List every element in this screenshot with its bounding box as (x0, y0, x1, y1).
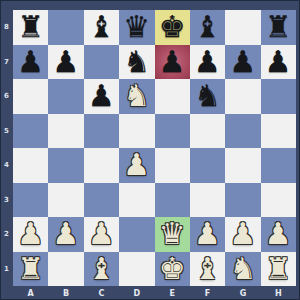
square-e2[interactable]: ♛ (155, 217, 190, 252)
square-h2[interactable]: ♟ (261, 217, 296, 252)
square-g2[interactable]: ♟ (225, 217, 260, 252)
square-d7[interactable]: ♞ (119, 45, 154, 80)
black-pawn[interactable]: ♟ (155, 45, 190, 80)
white-knight[interactable]: ♞ (225, 252, 260, 287)
rank-label-2: 2 (0, 217, 13, 252)
square-b5[interactable] (48, 114, 83, 149)
square-h1[interactable]: ♜ (261, 252, 296, 287)
file-label-a: A (13, 286, 48, 300)
black-knight[interactable]: ♞ (119, 45, 154, 80)
file-label-f: F (190, 286, 225, 300)
rank-label-8: 8 (0, 10, 13, 45)
file-label-c: C (84, 286, 119, 300)
square-f2[interactable]: ♟ (190, 217, 225, 252)
black-pawn[interactable]: ♟ (48, 45, 83, 80)
file-label-d: D (119, 286, 154, 300)
rank-label-1: 1 (0, 252, 13, 287)
square-c2[interactable]: ♟ (84, 217, 119, 252)
white-rook[interactable]: ♜ (13, 252, 48, 287)
square-d2[interactable] (119, 217, 154, 252)
square-d1[interactable] (119, 252, 154, 287)
square-f7[interactable]: ♟ (190, 45, 225, 80)
square-f8[interactable]: ♝ (190, 10, 225, 45)
black-pawn[interactable]: ♟ (225, 45, 260, 80)
square-a5[interactable] (13, 114, 48, 149)
file-label-e: E (155, 286, 190, 300)
square-b1[interactable] (48, 252, 83, 287)
square-b2[interactable]: ♟ (48, 217, 83, 252)
white-pawn[interactable]: ♟ (48, 217, 83, 252)
square-e6[interactable] (155, 79, 190, 114)
square-a8[interactable]: ♜ (13, 10, 48, 45)
square-c4[interactable] (84, 148, 119, 183)
square-g5[interactable] (225, 114, 260, 149)
rank-label-6: 6 (0, 79, 13, 114)
white-king[interactable]: ♚ (155, 252, 190, 287)
square-h4[interactable] (261, 148, 296, 183)
square-e4[interactable] (155, 148, 190, 183)
black-bishop[interactable]: ♝ (84, 10, 119, 45)
rank-label-7: 7 (0, 45, 13, 80)
white-bishop[interactable]: ♝ (190, 252, 225, 287)
square-a6[interactable] (13, 79, 48, 114)
square-e1[interactable]: ♚ (155, 252, 190, 287)
square-g8[interactable] (225, 10, 260, 45)
black-pawn[interactable]: ♟ (190, 45, 225, 80)
black-rook[interactable]: ♜ (13, 10, 48, 45)
black-rook[interactable]: ♜ (261, 10, 296, 45)
file-labels: ABCDEFGH (13, 286, 296, 300)
square-h3[interactable] (261, 183, 296, 218)
square-f6[interactable]: ♞ (190, 79, 225, 114)
square-d4[interactable]: ♟ (119, 148, 154, 183)
square-d3[interactable] (119, 183, 154, 218)
square-b3[interactable] (48, 183, 83, 218)
white-pawn[interactable]: ♟ (190, 217, 225, 252)
black-pawn[interactable]: ♟ (261, 45, 296, 80)
white-pawn[interactable]: ♟ (119, 148, 154, 183)
square-e5[interactable] (155, 114, 190, 149)
square-h6[interactable] (261, 79, 296, 114)
square-f1[interactable]: ♝ (190, 252, 225, 287)
chess-board-frame: 87654321 ♜♝♛♚♝♜♟♟♞♟♟♟♟♟♞♞♟♟♟♟♛♟♟♟♜♝♚♝♞♜ … (0, 0, 300, 300)
square-c1[interactable]: ♝ (84, 252, 119, 287)
black-pawn[interactable]: ♟ (13, 45, 48, 80)
square-e3[interactable] (155, 183, 190, 218)
square-h8[interactable]: ♜ (261, 10, 296, 45)
square-c5[interactable] (84, 114, 119, 149)
square-e7[interactable]: ♟ (155, 45, 190, 80)
square-e8[interactable]: ♚ (155, 10, 190, 45)
rank-labels: 87654321 (0, 10, 13, 286)
square-c7[interactable] (84, 45, 119, 80)
white-pawn[interactable]: ♟ (261, 217, 296, 252)
square-b6[interactable] (48, 79, 83, 114)
square-a7[interactable]: ♟ (13, 45, 48, 80)
square-c6[interactable]: ♟ (84, 79, 119, 114)
square-h5[interactable] (261, 114, 296, 149)
white-pawn[interactable]: ♟ (225, 217, 260, 252)
square-g7[interactable]: ♟ (225, 45, 260, 80)
square-a3[interactable] (13, 183, 48, 218)
chess-board: ♜♝♛♚♝♜♟♟♞♟♟♟♟♟♞♞♟♟♟♟♛♟♟♟♜♝♚♝♞♜ (13, 10, 296, 286)
square-d6[interactable]: ♞ (119, 79, 154, 114)
white-knight[interactable]: ♞ (119, 79, 154, 114)
black-queen[interactable]: ♛ (119, 10, 154, 45)
square-f5[interactable] (190, 114, 225, 149)
square-a2[interactable]: ♟ (13, 217, 48, 252)
square-d5[interactable] (119, 114, 154, 149)
white-pawn[interactable]: ♟ (84, 217, 119, 252)
rank-label-3: 3 (0, 183, 13, 218)
file-label-h: H (261, 286, 296, 300)
square-f4[interactable] (190, 148, 225, 183)
square-f3[interactable] (190, 183, 225, 218)
black-bishop[interactable]: ♝ (190, 10, 225, 45)
square-b7[interactable]: ♟ (48, 45, 83, 80)
square-a1[interactable]: ♜ (13, 252, 48, 287)
white-rook[interactable]: ♜ (261, 252, 296, 287)
square-h7[interactable]: ♟ (261, 45, 296, 80)
file-label-g: G (225, 286, 260, 300)
square-b4[interactable] (48, 148, 83, 183)
square-g4[interactable] (225, 148, 260, 183)
square-c3[interactable] (84, 183, 119, 218)
square-d8[interactable]: ♛ (119, 10, 154, 45)
black-pawn[interactable]: ♟ (84, 79, 119, 114)
square-a4[interactable] (13, 148, 48, 183)
black-king[interactable]: ♚ (155, 10, 190, 45)
white-pawn[interactable]: ♟ (13, 217, 48, 252)
file-label-b: B (48, 286, 83, 300)
square-g6[interactable] (225, 79, 260, 114)
rank-label-5: 5 (0, 114, 13, 149)
white-queen[interactable]: ♛ (155, 217, 190, 252)
rank-label-4: 4 (0, 148, 13, 183)
square-g1[interactable]: ♞ (225, 252, 260, 287)
square-g3[interactable] (225, 183, 260, 218)
white-bishop[interactable]: ♝ (84, 252, 119, 287)
square-b8[interactable] (48, 10, 83, 45)
square-c8[interactable]: ♝ (84, 10, 119, 45)
black-knight[interactable]: ♞ (190, 79, 225, 114)
